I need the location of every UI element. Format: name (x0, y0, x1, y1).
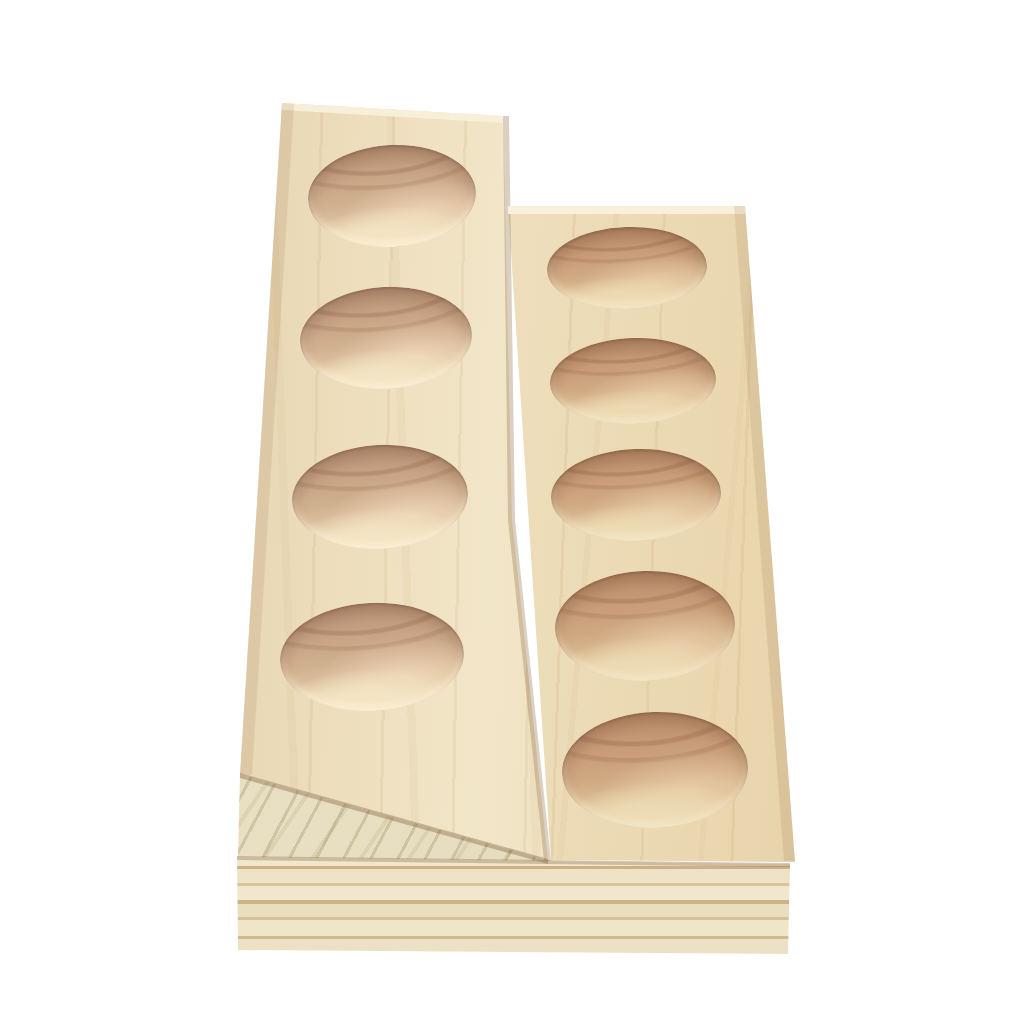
pit-right-3[interactable] (549, 446, 722, 544)
pit-layer (0, 0, 1024, 1024)
pit-right-5[interactable] (560, 709, 750, 831)
pit-left-2[interactable] (297, 283, 474, 394)
pit-right-1[interactable] (546, 224, 709, 312)
pit-right-2[interactable] (549, 335, 718, 427)
pit-left-4[interactable] (277, 598, 466, 715)
pit-left-3[interactable] (289, 440, 470, 553)
pit-right-4[interactable] (553, 568, 737, 684)
pit-left-1[interactable] (305, 141, 478, 252)
board-photo-scene (0, 0, 1024, 1024)
